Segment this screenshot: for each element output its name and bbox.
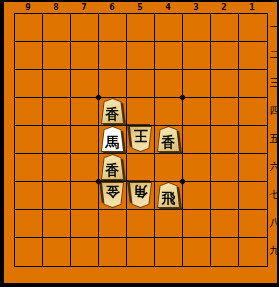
board-square-9八[interactable] [15,210,43,238]
board-square-8五[interactable] [43,126,71,154]
board-square-8八[interactable] [43,210,71,238]
board-square-8九[interactable] [43,238,71,266]
board-square-8六[interactable] [43,154,71,182]
board-square-9二[interactable] [15,42,43,70]
piece-body: 角 [130,183,151,207]
board-square-2八[interactable] [211,210,239,238]
file-label-8: 8 [42,2,70,13]
piece-kanji: 香 [102,107,123,121]
piece-kanji: 金 [102,185,123,199]
board-square-3四[interactable] [183,98,211,126]
shogi-piece-香-6四[interactable]: 香 [101,98,124,124]
board-square-8四[interactable] [43,98,71,126]
piece-body: 香 [102,155,123,179]
board-square-3五[interactable] [183,126,211,154]
board-square-2六[interactable] [211,154,239,182]
board-square-5四[interactable] [127,98,155,126]
shogi-piece-香-6六[interactable]: 香 [101,154,124,180]
piece-body: 香 [102,99,123,123]
board-square-9九[interactable] [15,238,43,266]
piece-body: 金 [102,183,123,207]
piece-kanji: 香 [102,163,123,177]
board-square-5六[interactable] [127,154,155,182]
board-square-6一[interactable] [99,14,127,42]
board-square-2七[interactable] [211,182,239,210]
board-square-3三[interactable] [183,70,211,98]
shogi-piece-馬-6五[interactable]: 馬 [101,126,124,152]
board-square-2一[interactable] [211,14,239,42]
rank-label-8: 八 [269,209,279,237]
board-square-1六[interactable] [239,154,267,182]
shogi-piece-飛-4七[interactable]: 飛 [157,182,180,208]
rank-label-2: 二 [269,41,279,69]
board-square-4九[interactable] [155,238,183,266]
board-square-6三[interactable] [99,70,127,98]
board-square-4一[interactable] [155,14,183,42]
rank-label-7: 七 [269,181,279,209]
board-square-7八[interactable] [71,210,99,238]
board-square-7九[interactable] [71,238,99,266]
board-square-6八[interactable] [99,210,127,238]
board-square-1四[interactable] [239,98,267,126]
board-square-5二[interactable] [127,42,155,70]
piece-body: 王 [130,127,151,151]
board-square-5九[interactable] [127,238,155,266]
shogi-piece-角-5七[interactable]: 角 [129,182,152,208]
piece-kanji: 馬 [102,135,123,149]
board-square-2五[interactable] [211,126,239,154]
rank-label-5: 五 [269,125,279,153]
file-label-5: 5 [126,2,154,13]
piece-kanji: 飛 [158,191,179,205]
board-square-3九[interactable] [183,238,211,266]
board-square-1八[interactable] [239,210,267,238]
board-square-9四[interactable] [15,98,43,126]
board-square-9一[interactable] [15,14,43,42]
board-square-8二[interactable] [43,42,71,70]
board-square-8七[interactable] [43,182,71,210]
rank-label-9: 九 [269,237,279,265]
board-square-2九[interactable] [211,238,239,266]
shogi-piece-王-5五[interactable]: 王 [129,126,152,152]
board-square-7七[interactable] [71,182,99,210]
board-square-4四[interactable] [155,98,183,126]
rank-label-4: 四 [269,97,279,125]
board-square-5三[interactable] [127,70,155,98]
board-square-3二[interactable] [183,42,211,70]
piece-kanji: 王 [130,129,151,143]
board-square-6九[interactable] [99,238,127,266]
board-square-5八[interactable] [127,210,155,238]
file-label-1: 1 [238,2,266,13]
piece-body: 馬 [102,127,123,151]
board-square-6二[interactable] [99,42,127,70]
board-square-3六[interactable] [183,154,211,182]
board-square-3八[interactable] [183,210,211,238]
board-square-7五[interactable] [71,126,99,154]
board-square-2三[interactable] [211,70,239,98]
board-square-3一[interactable] [183,14,211,42]
board-square-8一[interactable] [43,14,71,42]
file-label-7: 7 [70,2,98,13]
board-square-9七[interactable] [15,182,43,210]
file-label-9: 9 [14,2,42,13]
board-square-9六[interactable] [15,154,43,182]
board-square-3七[interactable] [183,182,211,210]
file-label-2: 2 [210,2,238,13]
board-square-4六[interactable] [155,154,183,182]
board-square-1五[interactable] [239,126,267,154]
file-label-6: 6 [98,2,126,13]
rank-label-3: 三 [269,69,279,97]
board-square-7二[interactable] [71,42,99,70]
shogi-piece-香-4五[interactable]: 香 [157,126,180,152]
board-square-1二[interactable] [239,42,267,70]
board-square-2二[interactable] [211,42,239,70]
file-label-4: 4 [154,2,182,13]
board-square-4二[interactable] [155,42,183,70]
board-square-1三[interactable] [239,70,267,98]
board-square-7一[interactable] [71,14,99,42]
board-square-9五[interactable] [15,126,43,154]
rank-label-1: 一 [269,13,279,41]
piece-kanji: 香 [158,135,179,149]
board-square-1七[interactable] [239,182,267,210]
board-area: 987654321一二三四五六七八九香馬王香香金角飛 [4,2,277,283]
board-square-4八[interactable] [155,210,183,238]
board-square-9三[interactable] [15,70,43,98]
board-square-7三[interactable] [71,70,99,98]
file-label-3: 3 [182,2,210,13]
board-square-7六[interactable] [71,154,99,182]
board-square-1一[interactable] [239,14,267,42]
board-square-2四[interactable] [211,98,239,126]
shogi-piece-金-6七[interactable]: 金 [101,182,124,208]
board-square-1九[interactable] [239,238,267,266]
piece-body: 飛 [158,183,179,207]
board-square-8三[interactable] [43,70,71,98]
rank-label-6: 六 [269,153,279,181]
board-square-4三[interactable] [155,70,183,98]
piece-kanji: 角 [130,185,151,199]
piece-body: 香 [158,127,179,151]
shogi-board-window: 987654321一二三四五六七八九香馬王香香金角飛 [0,0,279,287]
board-square-7四[interactable] [71,98,99,126]
board-square-5一[interactable] [127,14,155,42]
